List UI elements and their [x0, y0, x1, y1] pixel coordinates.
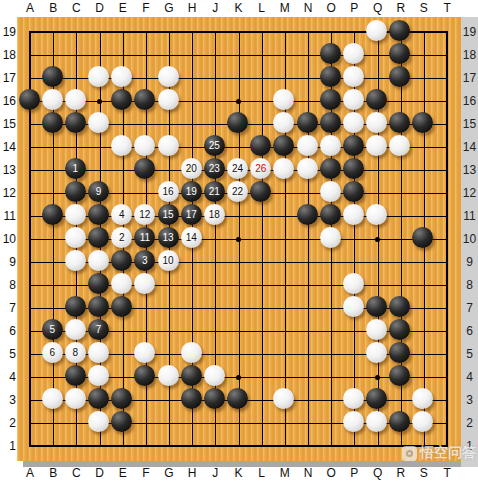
stone-D2	[88, 411, 109, 432]
stone-D3	[88, 388, 109, 409]
stone-D9	[88, 250, 109, 271]
row-label-left-16: 16	[0, 95, 16, 108]
stone-K13: 24	[227, 158, 248, 179]
stone-R19	[389, 20, 410, 41]
stone-F10: 11	[134, 227, 155, 248]
stone-S2	[412, 411, 433, 432]
stone-M3	[273, 388, 294, 409]
star-point-K16	[236, 99, 241, 104]
stone-C16	[65, 89, 86, 110]
stone-P16	[343, 89, 364, 110]
col-label-bottom-D: D	[91, 467, 108, 480]
stone-S15	[412, 112, 433, 133]
stone-M14	[273, 135, 294, 156]
stone-R14	[389, 135, 410, 156]
stone-E17	[111, 66, 132, 87]
col-label-bottom-Q: Q	[369, 467, 386, 480]
stone-L13: 26	[250, 158, 271, 179]
star-point-D16	[97, 99, 102, 104]
col-label-top-N: N	[300, 2, 317, 15]
row-label-left-15: 15	[0, 118, 16, 131]
move-number-19: 19	[186, 180, 197, 201]
col-label-top-R: R	[392, 2, 409, 15]
stone-E14	[111, 135, 132, 156]
stone-O14	[320, 135, 341, 156]
row-label-right-11: 11	[461, 210, 478, 223]
grid-line	[308, 32, 309, 446]
stone-Q2	[366, 411, 387, 432]
stone-D8	[88, 273, 109, 294]
row-label-left-17: 17	[0, 72, 16, 85]
move-number-22: 22	[232, 180, 243, 201]
col-label-top-D: D	[91, 2, 108, 15]
stone-F4	[134, 365, 155, 386]
stone-B5: 6	[42, 342, 63, 363]
move-number-3: 3	[142, 249, 148, 270]
stone-D10	[88, 227, 109, 248]
col-label-bottom-B: B	[45, 467, 62, 480]
move-number-15: 15	[162, 203, 173, 224]
row-label-left-11: 11	[0, 210, 16, 223]
stone-S3	[412, 388, 433, 409]
col-label-bottom-A: A	[22, 467, 39, 480]
stone-D4	[88, 365, 109, 386]
row-label-right-1: 1	[461, 440, 478, 453]
move-number-18: 18	[209, 203, 220, 224]
col-label-top-S: S	[415, 2, 432, 15]
stone-D6: 7	[88, 319, 109, 340]
row-label-right-2: 2	[461, 417, 478, 430]
stone-H3	[181, 388, 202, 409]
move-number-2: 2	[119, 226, 125, 247]
stone-P17	[343, 66, 364, 87]
col-label-top-G: G	[161, 2, 178, 15]
col-label-top-F: F	[137, 2, 154, 15]
stone-N13	[297, 158, 318, 179]
stone-O16	[320, 89, 341, 110]
stone-O17	[320, 66, 341, 87]
stone-J11: 18	[204, 204, 225, 225]
stone-E8	[111, 273, 132, 294]
move-number-6: 6	[49, 341, 55, 362]
stone-C7	[65, 296, 86, 317]
col-label-bottom-H: H	[184, 467, 201, 480]
col-label-bottom-S: S	[415, 467, 432, 480]
stone-E11: 4	[111, 204, 132, 225]
stone-P13	[343, 158, 364, 179]
stone-A16	[19, 89, 40, 110]
stone-E3	[111, 388, 132, 409]
stone-Q19	[366, 20, 387, 41]
stone-P12	[343, 181, 364, 202]
row-label-right-14: 14	[461, 141, 478, 154]
move-number-9: 9	[96, 180, 102, 201]
col-label-top-Q: Q	[369, 2, 386, 15]
stone-P14	[343, 135, 364, 156]
move-number-5: 5	[49, 318, 55, 339]
col-label-bottom-N: N	[300, 467, 317, 480]
stone-B6: 5	[42, 319, 63, 340]
stone-P2	[343, 411, 364, 432]
stone-R6	[389, 319, 410, 340]
move-number-24: 24	[232, 157, 243, 178]
col-label-top-C: C	[68, 2, 85, 15]
move-number-26: 26	[255, 157, 266, 178]
row-label-right-12: 12	[461, 187, 478, 200]
col-label-bottom-G: G	[161, 467, 178, 480]
stone-D12: 9	[88, 181, 109, 202]
stone-S10	[412, 227, 433, 248]
stone-L14	[250, 135, 271, 156]
move-number-16: 16	[162, 180, 173, 201]
move-number-7: 7	[96, 318, 102, 339]
stone-E9	[111, 250, 132, 271]
stone-P7	[343, 296, 364, 317]
stone-G4	[158, 365, 179, 386]
stone-R18	[389, 43, 410, 64]
stone-K15	[227, 112, 248, 133]
move-number-25: 25	[209, 134, 220, 155]
stone-K3	[227, 388, 248, 409]
stone-C5: 8	[65, 342, 86, 363]
stone-G12: 16	[158, 181, 179, 202]
stone-J13: 23	[204, 158, 225, 179]
col-label-bottom-E: E	[114, 467, 131, 480]
stone-F13	[134, 158, 155, 179]
stone-Q14	[366, 135, 387, 156]
stone-C11	[65, 204, 86, 225]
stone-Q11	[366, 204, 387, 225]
row-label-left-2: 2	[0, 417, 16, 430]
stone-B17	[42, 66, 63, 87]
stone-C13: 1	[65, 158, 86, 179]
stone-Q3	[366, 388, 387, 409]
stone-O18	[320, 43, 341, 64]
stone-M15	[273, 112, 294, 133]
stone-J3	[204, 388, 225, 409]
stone-O15	[320, 112, 341, 133]
stone-Q15	[366, 112, 387, 133]
stone-R5	[389, 342, 410, 363]
row-label-left-19: 19	[0, 26, 16, 39]
stone-E16	[111, 89, 132, 110]
stone-K12: 22	[227, 181, 248, 202]
stone-Q5	[366, 342, 387, 363]
col-label-bottom-M: M	[276, 467, 293, 480]
row-label-left-1: 1	[0, 440, 16, 453]
move-number-8: 8	[73, 341, 79, 362]
col-label-bottom-K: K	[230, 467, 247, 480]
stone-C4	[65, 365, 86, 386]
row-label-left-5: 5	[0, 348, 16, 361]
move-number-17: 17	[186, 203, 197, 224]
stone-R7	[389, 296, 410, 317]
move-number-11: 11	[140, 226, 150, 247]
col-label-top-B: B	[45, 2, 62, 15]
row-label-left-13: 13	[0, 164, 16, 177]
row-label-left-7: 7	[0, 302, 16, 315]
move-number-13: 13	[162, 226, 173, 247]
col-label-bottom-C: C	[68, 467, 85, 480]
stone-G11: 15	[158, 204, 179, 225]
stone-M16	[273, 89, 294, 110]
move-number-10: 10	[162, 249, 173, 270]
row-label-right-7: 7	[461, 302, 478, 315]
stone-C6	[65, 319, 86, 340]
move-number-14: 14	[186, 226, 197, 247]
stone-L12	[250, 181, 271, 202]
col-label-bottom-O: O	[323, 467, 340, 480]
row-label-right-17: 17	[461, 72, 478, 85]
row-label-right-5: 5	[461, 348, 478, 361]
move-number-1: 1	[73, 157, 79, 178]
grid-line	[262, 32, 263, 446]
row-label-right-15: 15	[461, 118, 478, 131]
stone-G14	[158, 135, 179, 156]
col-label-bottom-L: L	[253, 467, 270, 480]
star-point-K10	[236, 237, 241, 242]
col-label-bottom-P: P	[346, 467, 363, 480]
stone-B11	[42, 204, 63, 225]
col-label-top-J: J	[207, 2, 224, 15]
stone-Q7	[366, 296, 387, 317]
stone-F9: 3	[134, 250, 155, 271]
row-label-right-18: 18	[461, 49, 478, 62]
col-label-top-O: O	[323, 2, 340, 15]
stone-H10: 14	[181, 227, 202, 248]
row-label-left-12: 12	[0, 187, 16, 200]
stone-J4	[204, 365, 225, 386]
stone-O13	[320, 158, 341, 179]
col-label-top-L: L	[253, 2, 270, 15]
row-label-left-10: 10	[0, 233, 16, 246]
stone-C3	[65, 388, 86, 409]
col-label-bottom-T: T	[439, 467, 456, 480]
col-label-top-K: K	[230, 2, 247, 15]
stone-H12: 19	[181, 181, 202, 202]
stone-R15	[389, 112, 410, 133]
row-label-right-9: 9	[461, 256, 478, 269]
row-label-left-9: 9	[0, 256, 16, 269]
stone-B3	[42, 388, 63, 409]
move-number-21: 21	[209, 180, 220, 201]
stone-O12	[320, 181, 341, 202]
stone-C15	[65, 112, 86, 133]
row-label-left-14: 14	[0, 141, 16, 154]
row-label-left-18: 18	[0, 49, 16, 62]
row-label-right-13: 13	[461, 164, 478, 177]
row-label-left-8: 8	[0, 279, 16, 292]
col-label-top-P: P	[346, 2, 363, 15]
stone-D17	[88, 66, 109, 87]
stone-G9: 10	[158, 250, 179, 271]
stone-O11	[320, 204, 341, 225]
stone-D15	[88, 112, 109, 133]
stone-O10	[320, 227, 341, 248]
star-point-Q10	[375, 237, 380, 242]
row-label-right-10: 10	[461, 233, 478, 246]
col-label-bottom-R: R	[392, 467, 409, 480]
stone-E7	[111, 296, 132, 317]
stone-J14: 25	[204, 135, 225, 156]
stone-F14	[134, 135, 155, 156]
stone-F8	[134, 273, 155, 294]
stone-N11	[297, 204, 318, 225]
star-point-Q4	[375, 375, 380, 380]
stone-B16	[42, 89, 63, 110]
stone-D7	[88, 296, 109, 317]
stone-M13	[273, 158, 294, 179]
stone-R2	[389, 411, 410, 432]
stone-C10	[65, 227, 86, 248]
stone-R17	[389, 66, 410, 87]
col-label-bottom-J: J	[207, 467, 224, 480]
col-label-bottom-F: F	[137, 467, 154, 480]
row-label-right-4: 4	[461, 371, 478, 384]
stone-G10: 13	[158, 227, 179, 248]
col-label-top-H: H	[184, 2, 201, 15]
col-label-top-T: T	[439, 2, 456, 15]
stone-P18	[343, 43, 364, 64]
row-label-left-3: 3	[0, 394, 16, 407]
row-label-left-6: 6	[0, 325, 16, 338]
move-number-12: 12	[139, 203, 150, 224]
stone-D11	[88, 204, 109, 225]
row-label-right-6: 6	[461, 325, 478, 338]
stone-Q6	[366, 319, 387, 340]
row-label-right-8: 8	[461, 279, 478, 292]
row-label-left-4: 4	[0, 371, 16, 384]
stone-F5	[134, 342, 155, 363]
go-diagram: 2512391921151711133572024261622412182141…	[0, 0, 478, 481]
stone-P15	[343, 112, 364, 133]
row-label-right-19: 19	[461, 26, 478, 39]
col-label-top-E: E	[114, 2, 131, 15]
stone-G17	[158, 66, 179, 87]
row-label-right-16: 16	[461, 95, 478, 108]
stone-P3	[343, 388, 364, 409]
move-number-20: 20	[186, 157, 197, 178]
go-board[interactable]: 2512391921151711133572024261622412182141…	[17, 17, 461, 461]
stone-N15	[297, 112, 318, 133]
stone-H11: 17	[181, 204, 202, 225]
stone-E2	[111, 411, 132, 432]
stone-H13: 20	[181, 158, 202, 179]
stone-R4	[389, 365, 410, 386]
stone-P8	[343, 273, 364, 294]
move-number-23: 23	[209, 157, 220, 178]
col-label-top-M: M	[276, 2, 293, 15]
stone-H5	[181, 342, 202, 363]
stone-E10: 2	[111, 227, 132, 248]
stone-G16	[158, 89, 179, 110]
stone-B15	[42, 112, 63, 133]
stone-F11: 12	[134, 204, 155, 225]
stone-H4	[181, 365, 202, 386]
stone-C12	[65, 181, 86, 202]
row-label-right-3: 3	[461, 394, 478, 407]
stone-C9	[65, 250, 86, 271]
col-label-top-A: A	[22, 2, 39, 15]
stone-D5	[88, 342, 109, 363]
stone-N14	[297, 135, 318, 156]
star-point-K4	[236, 375, 241, 380]
stone-P11	[343, 204, 364, 225]
stone-Q16	[366, 89, 387, 110]
stone-F16	[134, 89, 155, 110]
stone-J12: 21	[204, 181, 225, 202]
move-number-4: 4	[119, 203, 125, 224]
